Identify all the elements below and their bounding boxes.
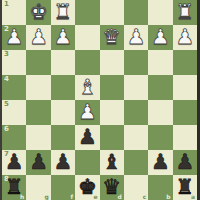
piece-black-pawn[interactable]: ♟ bbox=[75, 125, 99, 150]
piece-white-queen[interactable]: ♛ bbox=[100, 25, 124, 50]
square-f6[interactable] bbox=[51, 125, 75, 150]
square-g3[interactable] bbox=[26, 50, 50, 75]
square-h7[interactable]: 7♟ bbox=[2, 150, 26, 175]
piece-white-pawn[interactable]: ♟ bbox=[148, 25, 172, 50]
piece-white-pawn[interactable]: ♟ bbox=[75, 100, 99, 125]
piece-white-pawn[interactable]: ♟ bbox=[173, 25, 197, 50]
piece-black-pawn[interactable]: ♟ bbox=[26, 150, 50, 175]
square-e6[interactable]: ♟ bbox=[75, 125, 99, 150]
square-f5[interactable] bbox=[51, 100, 75, 125]
square-f4[interactable] bbox=[51, 75, 75, 100]
square-e2[interactable] bbox=[75, 25, 99, 50]
window-edge-left bbox=[0, 0, 2, 200]
square-a5[interactable] bbox=[173, 100, 197, 125]
piece-white-rook[interactable]: ♜ bbox=[173, 0, 197, 25]
piece-black-bishop[interactable]: ♝ bbox=[100, 150, 124, 175]
square-c5[interactable] bbox=[124, 100, 148, 125]
piece-black-pawn[interactable]: ♟ bbox=[51, 150, 75, 175]
square-e5[interactable]: ♟ bbox=[75, 100, 99, 125]
square-d1[interactable] bbox=[100, 0, 124, 25]
piece-white-rook[interactable]: ♜ bbox=[51, 0, 75, 25]
rank-label-3: 3 bbox=[4, 50, 9, 59]
piece-white-bishop[interactable]: ♝ bbox=[75, 75, 99, 100]
piece-white-king[interactable]: ♚ bbox=[26, 0, 50, 25]
square-d4[interactable] bbox=[100, 75, 124, 100]
square-a3[interactable] bbox=[173, 50, 197, 75]
square-g1[interactable]: ♚ bbox=[26, 0, 50, 25]
square-c6[interactable] bbox=[124, 125, 148, 150]
piece-white-pawn[interactable]: ♟ bbox=[2, 25, 26, 50]
square-g8[interactable]: g bbox=[26, 175, 50, 200]
square-a7[interactable]: ♟ bbox=[173, 150, 197, 175]
piece-black-queen[interactable]: ♛ bbox=[100, 175, 124, 200]
square-h8[interactable]: 8h♜ bbox=[2, 175, 26, 200]
square-a2[interactable]: ♟ bbox=[173, 25, 197, 50]
piece-white-pawn[interactable]: ♟ bbox=[26, 25, 50, 50]
square-f1[interactable]: ♜ bbox=[51, 0, 75, 25]
file-label-g: g bbox=[44, 193, 48, 200]
piece-black-rook[interactable]: ♜ bbox=[173, 175, 197, 200]
square-e8[interactable]: e♚ bbox=[75, 175, 99, 200]
square-h5[interactable]: 5 bbox=[2, 100, 26, 125]
window-edge-right bbox=[197, 0, 200, 200]
rank-label-6: 6 bbox=[4, 125, 9, 134]
square-f7[interactable]: ♟ bbox=[51, 150, 75, 175]
square-d6[interactable] bbox=[100, 125, 124, 150]
square-b8[interactable]: b bbox=[148, 175, 172, 200]
square-g7[interactable]: ♟ bbox=[26, 150, 50, 175]
rank-label-1: 1 bbox=[4, 0, 9, 9]
rank-label-5: 5 bbox=[4, 100, 9, 109]
square-h4[interactable]: 4 bbox=[2, 75, 26, 100]
chess-board: 1♚♜♜2♟♟♟♛♟♟♟34♝5♟6♟7♟♟♟♝♟♟8h♜gfe♚d♛cba♜ bbox=[2, 0, 197, 200]
file-label-c: c bbox=[143, 193, 147, 200]
square-b5[interactable] bbox=[148, 100, 172, 125]
piece-black-pawn[interactable]: ♟ bbox=[148, 150, 172, 175]
piece-white-pawn[interactable]: ♟ bbox=[51, 25, 75, 50]
square-d7[interactable]: ♝ bbox=[100, 150, 124, 175]
square-a1[interactable]: ♜ bbox=[173, 0, 197, 25]
square-e3[interactable] bbox=[75, 50, 99, 75]
square-e7[interactable] bbox=[75, 150, 99, 175]
piece-black-pawn[interactable]: ♟ bbox=[2, 150, 26, 175]
square-h2[interactable]: 2♟ bbox=[2, 25, 26, 50]
square-c8[interactable]: c bbox=[124, 175, 148, 200]
square-g2[interactable]: ♟ bbox=[26, 25, 50, 50]
square-a6[interactable] bbox=[173, 125, 197, 150]
square-g4[interactable] bbox=[26, 75, 50, 100]
rank-label-4: 4 bbox=[4, 75, 9, 84]
square-g5[interactable] bbox=[26, 100, 50, 125]
square-c4[interactable] bbox=[124, 75, 148, 100]
square-h3[interactable]: 3 bbox=[2, 50, 26, 75]
square-h1[interactable]: 1 bbox=[2, 0, 26, 25]
square-b3[interactable] bbox=[148, 50, 172, 75]
square-g6[interactable] bbox=[26, 125, 50, 150]
square-c3[interactable] bbox=[124, 50, 148, 75]
square-f2[interactable]: ♟ bbox=[51, 25, 75, 50]
piece-black-rook[interactable]: ♜ bbox=[2, 175, 26, 200]
piece-white-pawn[interactable]: ♟ bbox=[124, 25, 148, 50]
chess-app-viewport: 1♚♜♜2♟♟♟♛♟♟♟34♝5♟6♟7♟♟♟♝♟♟8h♜gfe♚d♛cba♜ bbox=[0, 0, 200, 200]
square-b7[interactable]: ♟ bbox=[148, 150, 172, 175]
square-d3[interactable] bbox=[100, 50, 124, 75]
square-b4[interactable] bbox=[148, 75, 172, 100]
square-d5[interactable] bbox=[100, 100, 124, 125]
piece-black-king[interactable]: ♚ bbox=[75, 175, 99, 200]
square-h6[interactable]: 6 bbox=[2, 125, 26, 150]
square-f3[interactable] bbox=[51, 50, 75, 75]
square-f8[interactable]: f bbox=[51, 175, 75, 200]
square-c1[interactable] bbox=[124, 0, 148, 25]
square-a4[interactable] bbox=[173, 75, 197, 100]
square-c7[interactable] bbox=[124, 150, 148, 175]
square-e4[interactable]: ♝ bbox=[75, 75, 99, 100]
square-c2[interactable]: ♟ bbox=[124, 25, 148, 50]
piece-black-pawn[interactable]: ♟ bbox=[173, 150, 197, 175]
square-a8[interactable]: a♜ bbox=[173, 175, 197, 200]
square-d8[interactable]: d♛ bbox=[100, 175, 124, 200]
square-b1[interactable] bbox=[148, 0, 172, 25]
square-b6[interactable] bbox=[148, 125, 172, 150]
square-b2[interactable]: ♟ bbox=[148, 25, 172, 50]
file-label-f: f bbox=[71, 193, 74, 200]
square-e1[interactable] bbox=[75, 0, 99, 25]
square-d2[interactable]: ♛ bbox=[100, 25, 124, 50]
file-label-b: b bbox=[166, 193, 170, 200]
